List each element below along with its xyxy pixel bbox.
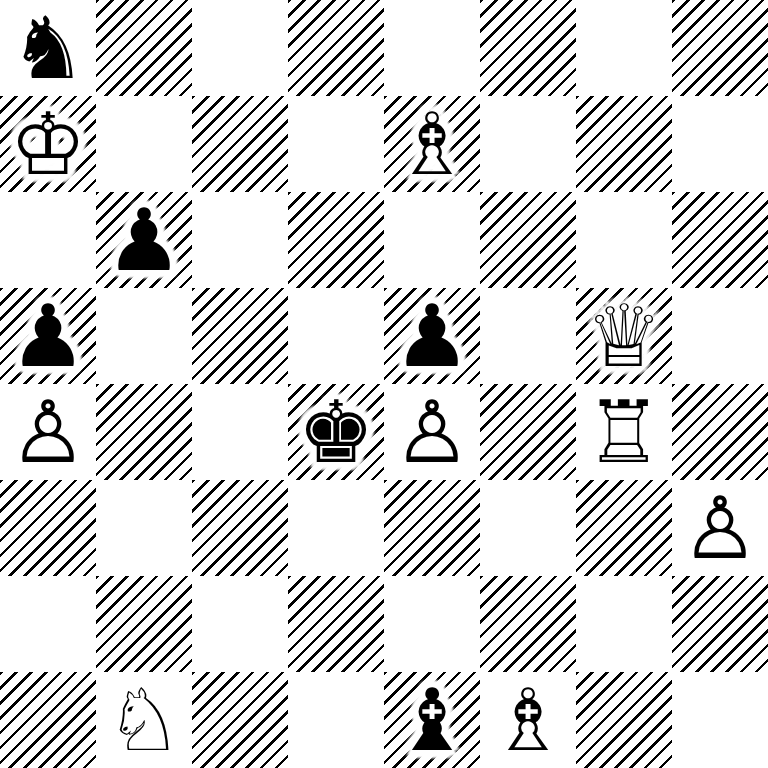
square-e4[interactable]: ♙ [384, 384, 480, 480]
square-e7[interactable]: ♗ [384, 96, 480, 192]
square-g6[interactable] [576, 192, 672, 288]
piece-black-pawn-a5[interactable]: ♟ [9, 288, 86, 384]
square-b1[interactable]: ♘ [96, 672, 192, 768]
piece-black-knight-a8[interactable]: ♞ [9, 0, 86, 96]
square-f7[interactable] [480, 96, 576, 192]
square-d6[interactable] [288, 192, 384, 288]
piece-white-pawn-a4[interactable]: ♙ [9, 384, 86, 480]
square-a5[interactable]: ♟ [0, 288, 96, 384]
square-g2[interactable] [576, 576, 672, 672]
square-c7[interactable] [192, 96, 288, 192]
square-h3[interactable]: ♙ [672, 480, 768, 576]
square-b7[interactable] [96, 96, 192, 192]
square-c4[interactable] [192, 384, 288, 480]
square-c2[interactable] [192, 576, 288, 672]
chess-board: ♞♔♗♟♟♟♕♙♚♙♖♙♘♝♗ [0, 0, 768, 768]
square-g4[interactable]: ♖ [576, 384, 672, 480]
square-a3[interactable] [0, 480, 96, 576]
square-d1[interactable] [288, 672, 384, 768]
piece-white-bishop-f1[interactable]: ♗ [489, 672, 566, 768]
square-b8[interactable] [96, 0, 192, 96]
square-h2[interactable] [672, 576, 768, 672]
square-c1[interactable] [192, 672, 288, 768]
piece-white-queen-g5[interactable]: ♕ [585, 288, 662, 384]
square-b6[interactable]: ♟ [96, 192, 192, 288]
square-h4[interactable] [672, 384, 768, 480]
piece-black-bishop-e1[interactable]: ♝ [393, 672, 470, 768]
square-d7[interactable] [288, 96, 384, 192]
square-c8[interactable] [192, 0, 288, 96]
square-b3[interactable] [96, 480, 192, 576]
square-b2[interactable] [96, 576, 192, 672]
square-d2[interactable] [288, 576, 384, 672]
square-h7[interactable] [672, 96, 768, 192]
square-a6[interactable] [0, 192, 96, 288]
square-e2[interactable] [384, 576, 480, 672]
square-d5[interactable] [288, 288, 384, 384]
square-b4[interactable] [96, 384, 192, 480]
square-e5[interactable]: ♟ [384, 288, 480, 384]
square-d3[interactable] [288, 480, 384, 576]
square-f3[interactable] [480, 480, 576, 576]
square-f6[interactable] [480, 192, 576, 288]
square-c6[interactable] [192, 192, 288, 288]
piece-white-bishop-e7[interactable]: ♗ [393, 96, 470, 192]
square-c3[interactable] [192, 480, 288, 576]
square-g3[interactable] [576, 480, 672, 576]
square-e3[interactable] [384, 480, 480, 576]
square-e8[interactable] [384, 0, 480, 96]
square-g5[interactable]: ♕ [576, 288, 672, 384]
square-e1[interactable]: ♝ [384, 672, 480, 768]
piece-black-pawn-e5[interactable]: ♟ [393, 288, 470, 384]
piece-white-pawn-h3[interactable]: ♙ [681, 480, 758, 576]
square-h8[interactable] [672, 0, 768, 96]
square-e6[interactable] [384, 192, 480, 288]
square-g7[interactable] [576, 96, 672, 192]
piece-white-king-a7[interactable]: ♔ [9, 96, 86, 192]
square-a1[interactable] [0, 672, 96, 768]
piece-black-king-d4[interactable]: ♚ [297, 384, 374, 480]
square-a7[interactable]: ♔ [0, 96, 96, 192]
piece-white-knight-b1[interactable]: ♘ [105, 672, 182, 768]
square-h6[interactable] [672, 192, 768, 288]
square-f5[interactable] [480, 288, 576, 384]
square-g8[interactable] [576, 0, 672, 96]
square-h1[interactable] [672, 672, 768, 768]
square-d8[interactable] [288, 0, 384, 96]
square-g1[interactable] [576, 672, 672, 768]
square-f4[interactable] [480, 384, 576, 480]
piece-black-pawn-b6[interactable]: ♟ [105, 192, 182, 288]
square-h5[interactable] [672, 288, 768, 384]
square-a2[interactable] [0, 576, 96, 672]
square-a4[interactable]: ♙ [0, 384, 96, 480]
square-f1[interactable]: ♗ [480, 672, 576, 768]
chess-diagram: ♞♔♗♟♟♟♕♙♚♙♖♙♘♝♗ [0, 0, 768, 768]
square-f8[interactable] [480, 0, 576, 96]
square-f2[interactable] [480, 576, 576, 672]
square-d4[interactable]: ♚ [288, 384, 384, 480]
square-c5[interactable] [192, 288, 288, 384]
square-a8[interactable]: ♞ [0, 0, 96, 96]
piece-white-rook-g4[interactable]: ♖ [585, 384, 662, 480]
piece-white-pawn-e4[interactable]: ♙ [393, 384, 470, 480]
square-b5[interactable] [96, 288, 192, 384]
